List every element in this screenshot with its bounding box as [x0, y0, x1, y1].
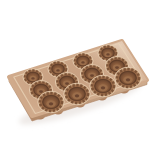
muffin-cup	[115, 67, 141, 88]
muffin-cup	[38, 91, 64, 112]
product-photo	[0, 0, 150, 150]
muffin-cup	[64, 83, 90, 104]
muffin-cup	[90, 75, 116, 96]
muffin-pan-photo	[0, 0, 150, 150]
